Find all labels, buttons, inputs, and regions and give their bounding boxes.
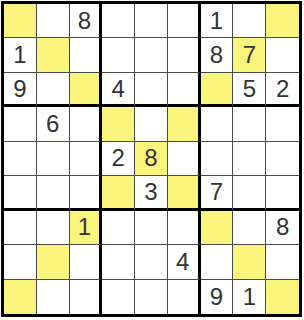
cell-r8c7[interactable]: [201, 245, 234, 279]
cell-r5c9[interactable]: [266, 142, 299, 176]
cell-r9c6[interactable]: [168, 280, 201, 314]
cell-r2c5[interactable]: [135, 38, 168, 72]
cell-r4c4[interactable]: [102, 107, 135, 141]
cell-r8c1[interactable]: [4, 245, 37, 279]
cell-r9c2[interactable]: [37, 280, 70, 314]
cell-r2c7[interactable]: 8: [201, 38, 234, 72]
cell-r5c2[interactable]: [37, 142, 70, 176]
cell-r4c1[interactable]: [4, 107, 37, 141]
cell-r8c5[interactable]: [135, 245, 168, 279]
cell-r1c6[interactable]: [168, 4, 201, 38]
cell-r1c8[interactable]: [233, 4, 266, 38]
cell-r7c9[interactable]: 8: [266, 211, 299, 245]
cell-r7c7[interactable]: [201, 211, 234, 245]
cell-r3c2[interactable]: [37, 73, 70, 107]
cell-r9c9[interactable]: [266, 280, 299, 314]
cell-r3c7[interactable]: [201, 73, 234, 107]
cell-r5c8[interactable]: [233, 142, 266, 176]
cell-r6c9[interactable]: [266, 176, 299, 210]
cell-r3c3[interactable]: [70, 73, 103, 107]
cell-r1c9[interactable]: [266, 4, 299, 38]
cell-r9c4[interactable]: [102, 280, 135, 314]
cell-r7c4[interactable]: [102, 211, 135, 245]
cell-r9c3[interactable]: [70, 280, 103, 314]
cell-r8c8[interactable]: [233, 245, 266, 279]
cell-r5c4[interactable]: 2: [102, 142, 135, 176]
cell-r6c7[interactable]: 7: [201, 176, 234, 210]
cell-r5c6[interactable]: [168, 142, 201, 176]
cell-r8c3[interactable]: [70, 245, 103, 279]
cell-r9c5[interactable]: [135, 280, 168, 314]
cell-r8c2[interactable]: [37, 245, 70, 279]
cell-r6c5[interactable]: 3: [135, 176, 168, 210]
cell-r6c3[interactable]: [70, 176, 103, 210]
cell-r4c9[interactable]: [266, 107, 299, 141]
cell-r6c2[interactable]: [37, 176, 70, 210]
cell-r8c4[interactable]: [102, 245, 135, 279]
cell-r7c6[interactable]: [168, 211, 201, 245]
cell-r2c9[interactable]: [266, 38, 299, 72]
cell-r7c1[interactable]: [4, 211, 37, 245]
cell-r3c8[interactable]: 5: [233, 73, 266, 107]
cell-r4c6[interactable]: [168, 107, 201, 141]
cell-r4c5[interactable]: [135, 107, 168, 141]
cell-r9c8[interactable]: 1: [233, 280, 266, 314]
cell-r2c4[interactable]: [102, 38, 135, 72]
cell-r3c5[interactable]: [135, 73, 168, 107]
cell-r1c5[interactable]: [135, 4, 168, 38]
cell-r3c6[interactable]: [168, 73, 201, 107]
cell-r6c1[interactable]: [4, 176, 37, 210]
cell-r3c4[interactable]: 4: [102, 73, 135, 107]
cell-r6c6[interactable]: [168, 176, 201, 210]
cell-r1c4[interactable]: [102, 4, 135, 38]
cell-r7c8[interactable]: [233, 211, 266, 245]
cell-r4c3[interactable]: [70, 107, 103, 141]
cell-r1c2[interactable]: [37, 4, 70, 38]
cell-r6c8[interactable]: [233, 176, 266, 210]
cell-r5c7[interactable]: [201, 142, 234, 176]
sudoku-board: 8118794526283718491: [1, 1, 302, 317]
cell-r2c6[interactable]: [168, 38, 201, 72]
cell-r2c3[interactable]: [70, 38, 103, 72]
cell-r1c1[interactable]: [4, 4, 37, 38]
cell-r5c5[interactable]: 8: [135, 142, 168, 176]
cell-r2c2[interactable]: [37, 38, 70, 72]
cell-r8c6[interactable]: 4: [168, 245, 201, 279]
cell-r4c8[interactable]: [233, 107, 266, 141]
cell-r2c1[interactable]: 1: [4, 38, 37, 72]
cell-r5c1[interactable]: [4, 142, 37, 176]
cell-r5c3[interactable]: [70, 142, 103, 176]
cell-r9c7[interactable]: 9: [201, 280, 234, 314]
cell-r1c3[interactable]: 8: [70, 4, 103, 38]
cell-r1c7[interactable]: 1: [201, 4, 234, 38]
cell-r4c7[interactable]: [201, 107, 234, 141]
cell-r4c2[interactable]: 6: [37, 107, 70, 141]
cell-r3c1[interactable]: 9: [4, 73, 37, 107]
cell-r9c1[interactable]: [4, 280, 37, 314]
cell-r2c8[interactable]: 7: [233, 38, 266, 72]
cell-r6c4[interactable]: [102, 176, 135, 210]
cell-r7c5[interactable]: [135, 211, 168, 245]
cell-r7c3[interactable]: 1: [70, 211, 103, 245]
cell-r7c2[interactable]: [37, 211, 70, 245]
cell-r3c9[interactable]: 2: [266, 73, 299, 107]
cell-r8c9[interactable]: [266, 245, 299, 279]
